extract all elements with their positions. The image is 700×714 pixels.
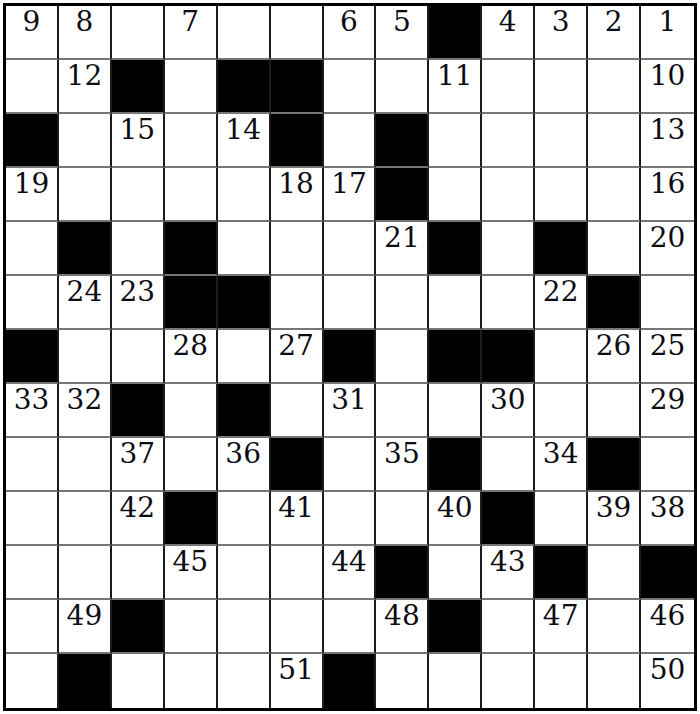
black-cell-r2-c3: [112, 60, 165, 114]
clue-number-46: 46: [641, 601, 694, 630]
clue-number-10: 10: [641, 61, 694, 90]
white-cell-r10-c7[interactable]: [324, 492, 377, 546]
clue-number-12: 12: [59, 61, 110, 90]
black-cell-r6-c12: [588, 276, 641, 330]
white-cell-r9-c1[interactable]: [6, 438, 59, 492]
clue-number-36: 36: [218, 439, 269, 468]
white-cell-r3-c4[interactable]: [165, 114, 218, 168]
black-cell-r10-c4: [165, 492, 218, 546]
white-cell-r1-c5[interactable]: [218, 6, 271, 60]
white-cell-r8-c8[interactable]: [376, 384, 429, 438]
white-cell-r12-c8[interactable]: 48: [376, 600, 429, 654]
white-cell-r6-c2[interactable]: 24: [59, 276, 112, 330]
white-cell-r10-c9[interactable]: 40: [429, 492, 482, 546]
crossword-board: 9876543211211101514131918171621202423222…: [0, 0, 700, 714]
white-cell-r2-c10[interactable]: [482, 60, 535, 114]
white-cell-r8-c7[interactable]: 31: [324, 384, 377, 438]
white-cell-r13-c13[interactable]: 50: [641, 654, 694, 708]
black-cell-r1-c9: [429, 6, 482, 60]
white-cell-r8-c4[interactable]: [165, 384, 218, 438]
white-cell-r3-c7[interactable]: [324, 114, 377, 168]
white-cell-r9-c13[interactable]: [641, 438, 694, 492]
clue-number-2: 2: [588, 7, 639, 36]
white-cell-r12-c2[interactable]: 49: [59, 600, 112, 654]
white-cell-r5-c7[interactable]: [324, 222, 377, 276]
white-cell-r13-c11[interactable]: [535, 654, 588, 708]
white-cell-r4-c11[interactable]: [535, 168, 588, 222]
white-cell-r10-c2[interactable]: [59, 492, 112, 546]
white-cell-r4-c3[interactable]: [112, 168, 165, 222]
clue-number-7: 7: [165, 7, 216, 36]
white-cell-r7-c13[interactable]: 25: [641, 330, 694, 384]
white-cell-r12-c7[interactable]: [324, 600, 377, 654]
white-cell-r9-c10[interactable]: [482, 438, 535, 492]
black-cell-r2-c5: [218, 60, 271, 114]
white-cell-r8-c13[interactable]: 29: [641, 384, 694, 438]
white-cell-r1-c4[interactable]: 7: [165, 6, 218, 60]
white-cell-r12-c1[interactable]: [6, 600, 59, 654]
white-cell-r4-c6[interactable]: 18: [271, 168, 324, 222]
clue-number-25: 25: [641, 331, 694, 360]
white-cell-r6-c11[interactable]: 22: [535, 276, 588, 330]
white-cell-r3-c5[interactable]: 14: [218, 114, 271, 168]
white-cell-r12-c13[interactable]: 46: [641, 600, 694, 654]
white-cell-r2-c9[interactable]: 11: [429, 60, 482, 114]
black-cell-r11-c8: [376, 546, 429, 600]
white-cell-r2-c13[interactable]: 10: [641, 60, 694, 114]
white-cell-r8-c9[interactable]: [429, 384, 482, 438]
white-cell-r11-c2[interactable]: [59, 546, 112, 600]
clue-number-11: 11: [429, 61, 480, 90]
black-cell-r5-c4: [165, 222, 218, 276]
white-cell-r9-c2[interactable]: [59, 438, 112, 492]
white-cell-r7-c5[interactable]: [218, 330, 271, 384]
clue-number-34: 34: [535, 439, 586, 468]
black-cell-r2-c6: [271, 60, 324, 114]
white-cell-r7-c2[interactable]: [59, 330, 112, 384]
black-cell-r4-c8: [376, 168, 429, 222]
white-cell-r4-c10[interactable]: [482, 168, 535, 222]
white-cell-r6-c10[interactable]: [482, 276, 535, 330]
white-cell-r5-c3[interactable]: [112, 222, 165, 276]
white-cell-r1-c8[interactable]: 5: [376, 6, 429, 60]
white-cell-r9-c8[interactable]: 35: [376, 438, 429, 492]
white-cell-r13-c9[interactable]: [429, 654, 482, 708]
white-cell-r12-c4[interactable]: [165, 600, 218, 654]
black-cell-r7-c10: [482, 330, 535, 384]
clue-number-23: 23: [112, 277, 163, 306]
white-cell-r13-c1[interactable]: [6, 654, 59, 708]
white-cell-r9-c11[interactable]: 34: [535, 438, 588, 492]
black-cell-r9-c6: [271, 438, 324, 492]
clue-number-22: 22: [535, 277, 586, 306]
white-cell-r1-c6[interactable]: [271, 6, 324, 60]
black-cell-r5-c9: [429, 222, 482, 276]
white-cell-r5-c1[interactable]: [6, 222, 59, 276]
black-cell-r8-c5: [218, 384, 271, 438]
white-cell-r3-c12[interactable]: [588, 114, 641, 168]
white-cell-r6-c1[interactable]: [6, 276, 59, 330]
clue-number-45: 45: [165, 547, 216, 576]
clue-number-1: 1: [641, 7, 694, 36]
white-cell-r8-c2[interactable]: 32: [59, 384, 112, 438]
white-cell-r8-c1[interactable]: 33: [6, 384, 59, 438]
black-cell-r3-c8: [376, 114, 429, 168]
white-cell-r5-c5[interactable]: [218, 222, 271, 276]
white-cell-r10-c13[interactable]: 38: [641, 492, 694, 546]
white-cell-r8-c12[interactable]: [588, 384, 641, 438]
white-cell-r10-c6[interactable]: 41: [271, 492, 324, 546]
white-cell-r7-c4[interactable]: 28: [165, 330, 218, 384]
clue-number-49: 49: [59, 601, 110, 630]
white-cell-r3-c9[interactable]: [429, 114, 482, 168]
white-cell-r11-c4[interactable]: 45: [165, 546, 218, 600]
white-cell-r12-c6[interactable]: [271, 600, 324, 654]
white-cell-r4-c5[interactable]: [218, 168, 271, 222]
white-cell-r6-c3[interactable]: 23: [112, 276, 165, 330]
white-cell-r10-c3[interactable]: 42: [112, 492, 165, 546]
white-cell-r4-c4[interactable]: [165, 168, 218, 222]
clue-number-28: 28: [165, 331, 216, 360]
clue-number-31: 31: [324, 385, 375, 414]
clue-number-17: 17: [324, 169, 375, 198]
white-cell-r9-c7[interactable]: [324, 438, 377, 492]
white-cell-r10-c5[interactable]: [218, 492, 271, 546]
white-cell-r3-c10[interactable]: [482, 114, 535, 168]
white-cell-r1-c7[interactable]: 6: [324, 6, 377, 60]
white-cell-r11-c7[interactable]: 44: [324, 546, 377, 600]
white-cell-r5-c8[interactable]: 21: [376, 222, 429, 276]
white-cell-r5-c6[interactable]: [271, 222, 324, 276]
clue-number-5: 5: [376, 7, 427, 36]
clue-number-18: 18: [271, 169, 322, 198]
white-cell-r9-c3[interactable]: 37: [112, 438, 165, 492]
white-cell-r11-c1[interactable]: [6, 546, 59, 600]
clue-number-40: 40: [429, 493, 480, 522]
white-cell-r2-c11[interactable]: [535, 60, 588, 114]
clue-number-35: 35: [376, 439, 427, 468]
white-cell-r1-c1[interactable]: 9: [6, 6, 59, 60]
black-cell-r7-c1: [6, 330, 59, 384]
clue-number-38: 38: [641, 493, 694, 522]
black-cell-r13-c2: [59, 654, 112, 708]
white-cell-r10-c11[interactable]: [535, 492, 588, 546]
white-cell-r1-c10[interactable]: 4: [482, 6, 535, 60]
clue-number-44: 44: [324, 547, 375, 576]
white-cell-r4-c12[interactable]: [588, 168, 641, 222]
clue-number-37: 37: [112, 439, 163, 468]
white-cell-r13-c12[interactable]: [588, 654, 641, 708]
white-cell-r6-c6[interactable]: [271, 276, 324, 330]
black-cell-r6-c5: [218, 276, 271, 330]
crossword-grid: 9876543211211101514131918171621202423222…: [3, 3, 697, 711]
clue-number-29: 29: [641, 385, 694, 414]
white-cell-r13-c8[interactable]: [376, 654, 429, 708]
clue-number-47: 47: [535, 601, 586, 630]
black-cell-r6-c4: [165, 276, 218, 330]
clue-number-24: 24: [59, 277, 110, 306]
clue-number-20: 20: [641, 223, 694, 252]
white-cell-r2-c7[interactable]: [324, 60, 377, 114]
clue-number-4: 4: [482, 7, 533, 36]
white-cell-r4-c2[interactable]: [59, 168, 112, 222]
clue-number-48: 48: [376, 601, 427, 630]
white-cell-r13-c3[interactable]: [112, 654, 165, 708]
black-cell-r3-c6: [271, 114, 324, 168]
clue-number-39: 39: [588, 493, 639, 522]
white-cell-r1-c3[interactable]: [112, 6, 165, 60]
white-cell-r10-c8[interactable]: [376, 492, 429, 546]
clue-number-13: 13: [641, 115, 694, 144]
white-cell-r4-c7[interactable]: 17: [324, 168, 377, 222]
white-cell-r4-c1[interactable]: 19: [6, 168, 59, 222]
black-cell-r8-c3: [112, 384, 165, 438]
white-cell-r3-c2[interactable]: [59, 114, 112, 168]
clue-number-43: 43: [482, 547, 533, 576]
white-cell-r2-c4[interactable]: [165, 60, 218, 114]
clue-number-3: 3: [535, 7, 586, 36]
white-cell-r9-c4[interactable]: [165, 438, 218, 492]
clue-number-33: 33: [6, 385, 57, 414]
white-cell-r4-c13[interactable]: 16: [641, 168, 694, 222]
clue-number-15: 15: [112, 115, 163, 144]
black-cell-r12-c3: [112, 600, 165, 654]
clue-number-26: 26: [588, 331, 639, 360]
white-cell-r8-c11[interactable]: [535, 384, 588, 438]
white-cell-r6-c7[interactable]: [324, 276, 377, 330]
black-cell-r10-c10: [482, 492, 535, 546]
white-cell-r1-c11[interactable]: 3: [535, 6, 588, 60]
white-cell-r4-c9[interactable]: [429, 168, 482, 222]
clue-number-30: 30: [482, 385, 533, 414]
white-cell-r12-c12[interactable]: [588, 600, 641, 654]
white-cell-r2-c2[interactable]: 12: [59, 60, 112, 114]
clue-number-6: 6: [324, 7, 375, 36]
clue-number-21: 21: [376, 223, 427, 252]
white-cell-r1-c2[interactable]: 8: [59, 6, 112, 60]
clue-number-42: 42: [112, 493, 163, 522]
white-cell-r5-c10[interactable]: [482, 222, 535, 276]
white-cell-r6-c13[interactable]: [641, 276, 694, 330]
white-cell-r13-c4[interactable]: [165, 654, 218, 708]
white-cell-r13-c6[interactable]: 51: [271, 654, 324, 708]
white-cell-r2-c1[interactable]: [6, 60, 59, 114]
clue-number-27: 27: [271, 331, 322, 360]
black-cell-r11-c13: [641, 546, 694, 600]
white-cell-r1-c13[interactable]: 1: [641, 6, 694, 60]
clue-number-41: 41: [271, 493, 322, 522]
white-cell-r13-c5[interactable]: [218, 654, 271, 708]
black-cell-r5-c2: [59, 222, 112, 276]
white-cell-r12-c11[interactable]: 47: [535, 600, 588, 654]
clue-number-14: 14: [218, 115, 269, 144]
white-cell-r3-c3[interactable]: 15: [112, 114, 165, 168]
white-cell-r2-c8[interactable]: [376, 60, 429, 114]
white-cell-r11-c12[interactable]: [588, 546, 641, 600]
white-cell-r12-c10[interactable]: [482, 600, 535, 654]
clue-number-9: 9: [6, 7, 57, 36]
black-cell-r5-c11: [535, 222, 588, 276]
white-cell-r10-c1[interactable]: [6, 492, 59, 546]
black-cell-r9-c12: [588, 438, 641, 492]
white-cell-r5-c13[interactable]: 20: [641, 222, 694, 276]
white-cell-r6-c9[interactable]: [429, 276, 482, 330]
clue-number-16: 16: [641, 169, 694, 198]
white-cell-r7-c8[interactable]: [376, 330, 429, 384]
white-cell-r7-c6[interactable]: 27: [271, 330, 324, 384]
clue-number-51: 51: [271, 655, 322, 684]
white-cell-r7-c11[interactable]: [535, 330, 588, 384]
black-cell-r13-c7: [324, 654, 377, 708]
white-cell-r10-c12[interactable]: 39: [588, 492, 641, 546]
white-cell-r3-c13[interactable]: 13: [641, 114, 694, 168]
black-cell-r11-c11: [535, 546, 588, 600]
clue-number-50: 50: [641, 655, 694, 684]
white-cell-r9-c5[interactable]: 36: [218, 438, 271, 492]
white-cell-r7-c3[interactable]: [112, 330, 165, 384]
white-cell-r11-c5[interactable]: [218, 546, 271, 600]
clue-number-8: 8: [59, 7, 110, 36]
white-cell-r5-c12[interactable]: [588, 222, 641, 276]
black-cell-r7-c9: [429, 330, 482, 384]
white-cell-r12-c5[interactable]: [218, 600, 271, 654]
white-cell-r11-c9[interactable]: [429, 546, 482, 600]
black-cell-r7-c7: [324, 330, 377, 384]
black-cell-r9-c9: [429, 438, 482, 492]
clue-number-19: 19: [6, 169, 57, 198]
white-cell-r3-c11[interactable]: [535, 114, 588, 168]
black-cell-r12-c9: [429, 600, 482, 654]
white-cell-r7-c12[interactable]: 26: [588, 330, 641, 384]
white-cell-r8-c6[interactable]: [271, 384, 324, 438]
white-cell-r6-c8[interactable]: [376, 276, 429, 330]
white-cell-r11-c3[interactable]: [112, 546, 165, 600]
white-cell-r8-c10[interactable]: 30: [482, 384, 535, 438]
black-cell-r3-c1: [6, 114, 59, 168]
white-cell-r11-c6[interactable]: [271, 546, 324, 600]
white-cell-r11-c10[interactable]: 43: [482, 546, 535, 600]
clue-number-32: 32: [59, 385, 110, 414]
white-cell-r1-c12[interactable]: 2: [588, 6, 641, 60]
white-cell-r13-c10[interactable]: [482, 654, 535, 708]
white-cell-r2-c12[interactable]: [588, 60, 641, 114]
